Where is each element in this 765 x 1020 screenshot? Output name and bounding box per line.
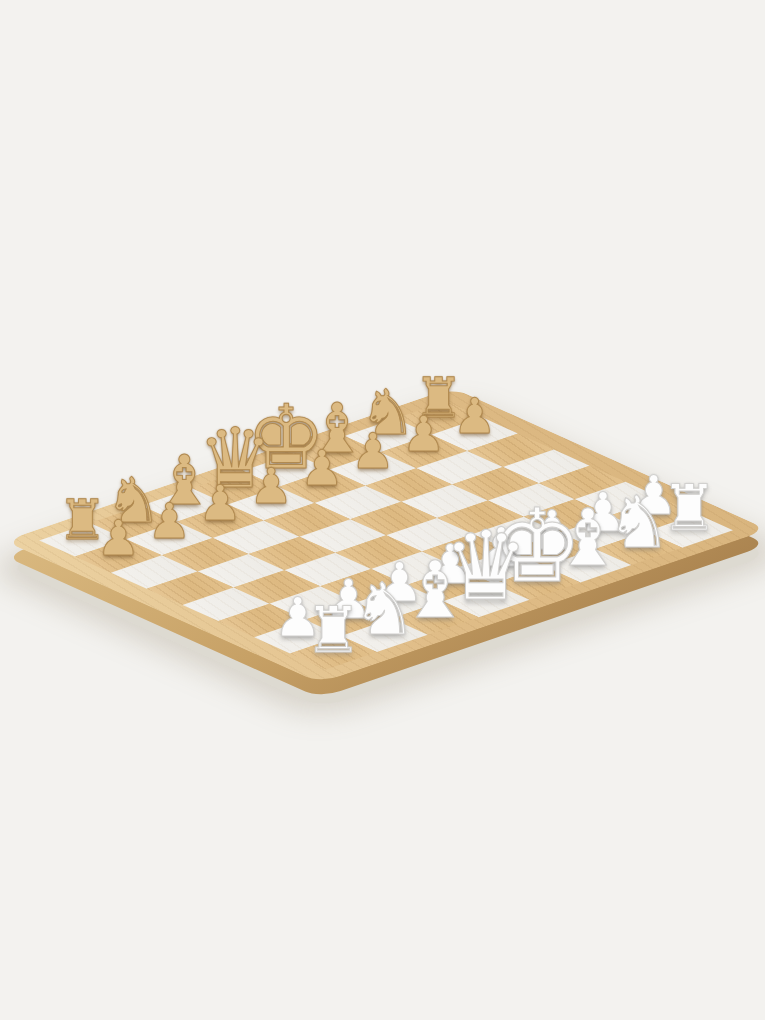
rook-glyph: ♜ [259, 598, 407, 662]
square-a1[interactable]: ♜ [290, 636, 377, 670]
piece-wood-pawn-a7[interactable]: ♟ [53, 507, 185, 556]
board-grid: ♜♞♝♛♚♝♞♜♟♟♟♟♟♟♟♟♟♟♟♟♟♟♟♟♜♞♝♛♚♝♞♜ [39, 401, 733, 669]
chess-board: ♜♞♝♛♚♝♞♜♟♟♟♟♟♟♟♟♟♟♟♟♟♟♟♟♜♞♝♛♚♝♞♜ [4, 388, 765, 684]
product-photo: ♜♞♝♛♚♝♞♜♟♟♟♟♟♟♟♟♟♟♟♟♟♟♟♟♜♞♝♛♚♝♞♜ [0, 0, 765, 1020]
piece-white-rook-a1[interactable]: ♜ [259, 589, 407, 653]
